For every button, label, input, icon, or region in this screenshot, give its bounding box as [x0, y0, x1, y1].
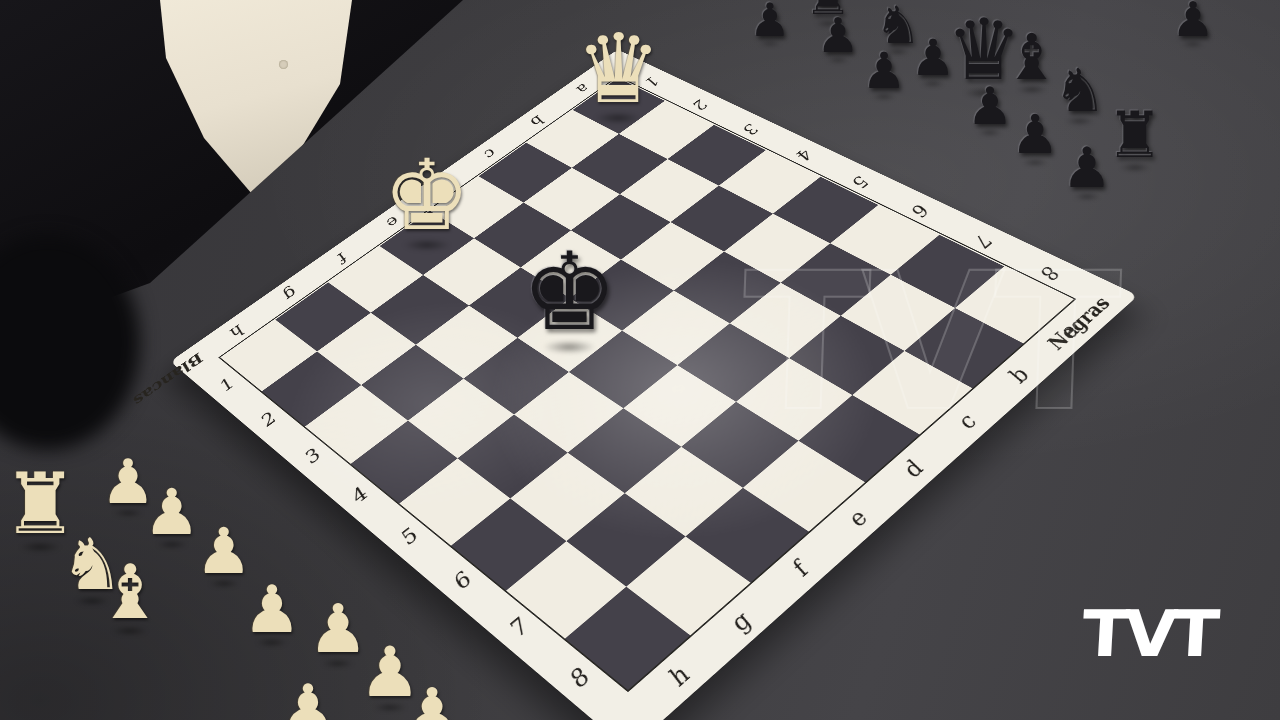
piece-black-knight-captured-10[interactable]: ♞: [1053, 60, 1106, 122]
piece-white-pawn-captured-7[interactable]: ♟: [243, 575, 302, 643]
tvt-channel-logo: TVT: [1049, 596, 1248, 676]
piece-black-pawn-captured-5[interactable]: ♟: [862, 45, 907, 97]
shirt-button: [279, 60, 288, 69]
piece-black-rook-captured-13[interactable]: ♜: [1107, 102, 1164, 168]
piece-black-pawn-captured-2[interactable]: ♟: [749, 0, 790, 44]
scene: abcdefghabcdefgh1234567812345678BlancasN…: [0, 0, 1280, 720]
piece-black-king-e4[interactable]: ♚: [521, 236, 617, 348]
piece-black-pawn-captured-12[interactable]: ♟: [1062, 139, 1112, 197]
piece-white-pawn-captured-3[interactable]: ♟: [144, 479, 201, 545]
piece-white-pawn-captured-10[interactable]: ♟: [279, 674, 338, 720]
piece-black-pawn-captured-11[interactable]: ♟: [1011, 107, 1059, 163]
piece-black-pawn-captured-3[interactable]: ♟: [816, 10, 859, 60]
piece-black-pawn-captured-9[interactable]: ♟: [967, 79, 1013, 133]
piece-white-queen-a1[interactable]: ♛: [575, 19, 661, 119]
piece-white-bishop-captured-5[interactable]: ♝: [96, 554, 163, 632]
piece-black-pawn-captured-14[interactable]: ♟: [1171, 0, 1214, 44]
piece-white-pawn-captured-11[interactable]: ♟: [402, 678, 462, 720]
piece-white-king-e1[interactable]: ♚: [383, 144, 471, 246]
